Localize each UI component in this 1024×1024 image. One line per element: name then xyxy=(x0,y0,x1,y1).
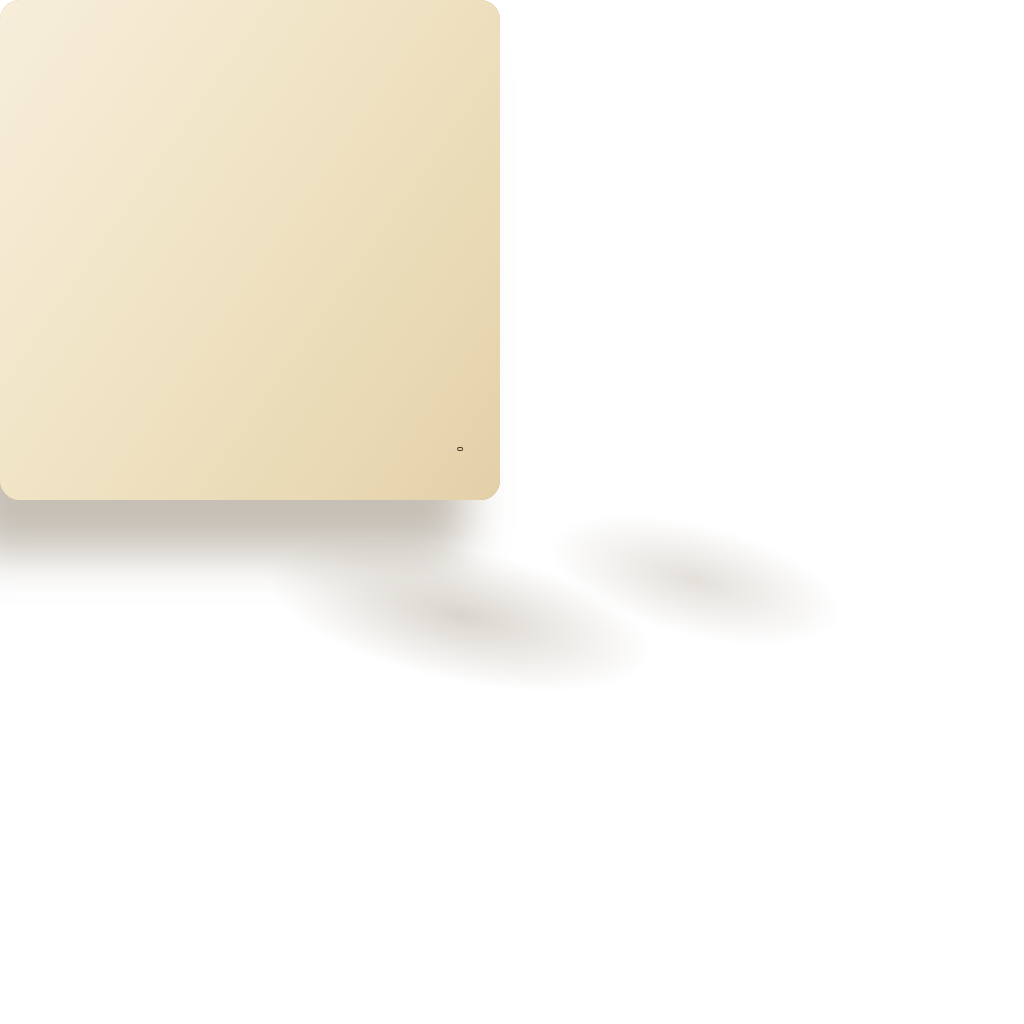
board-floor-shadow-right xyxy=(467,450,923,709)
brand-subtitle-text xyxy=(457,447,463,451)
brand-logo xyxy=(424,437,497,456)
board-floor-shadow xyxy=(166,464,753,766)
puzzle-board xyxy=(0,0,500,500)
board-top-surface xyxy=(0,0,500,500)
product-photo-stage xyxy=(0,0,1024,1024)
brand-name-text xyxy=(424,437,496,440)
